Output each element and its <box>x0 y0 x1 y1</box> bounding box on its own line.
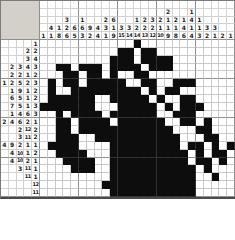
grid-cell-empty[interactable] <box>204 181 212 189</box>
grid-cell-empty[interactable] <box>165 95 173 103</box>
grid-cell-filled[interactable] <box>141 142 149 150</box>
grid-cell-empty[interactable] <box>79 79 87 87</box>
grid-cell-empty[interactable] <box>87 181 95 189</box>
grid-cell-empty[interactable] <box>219 40 227 48</box>
grid-cell-empty[interactable] <box>212 71 220 79</box>
grid-cell-empty[interactable] <box>48 56 56 64</box>
grid-cell-empty[interactable] <box>204 64 212 72</box>
grid-cell-empty[interactable] <box>102 95 110 103</box>
grid-cell-filled[interactable] <box>180 103 188 111</box>
grid-cell-filled[interactable] <box>110 87 118 95</box>
grid-cell-filled[interactable] <box>63 134 71 142</box>
grid-cell-filled[interactable] <box>134 142 142 150</box>
grid-cell-empty[interactable] <box>227 118 235 126</box>
grid-cell-filled[interactable] <box>212 150 220 158</box>
grid-cell-empty[interactable] <box>227 158 235 166</box>
grid-cell-filled[interactable] <box>204 158 212 166</box>
grid-cell-filled[interactable] <box>118 103 126 111</box>
grid-cell-empty[interactable] <box>48 158 56 166</box>
grid-cell-empty[interactable] <box>204 103 212 111</box>
grid-cell-filled[interactable] <box>102 79 110 87</box>
grid-cell-empty[interactable] <box>204 142 212 150</box>
grid-cell-filled[interactable] <box>126 126 134 134</box>
grid-cell-empty[interactable] <box>212 56 220 64</box>
grid-cell-filled[interactable] <box>157 142 165 150</box>
grid-cell-filled[interactable] <box>56 103 64 111</box>
grid-cell-empty[interactable] <box>157 111 165 119</box>
grid-cell-empty[interactable] <box>87 40 95 48</box>
grid-cell-empty[interactable] <box>134 56 142 64</box>
grid-cell-empty[interactable] <box>204 150 212 158</box>
grid-cell-filled[interactable] <box>134 150 142 158</box>
grid-cell-empty[interactable] <box>40 71 48 79</box>
grid-cell-empty[interactable] <box>40 126 48 134</box>
grid-cell-filled[interactable] <box>71 134 79 142</box>
grid-cell-empty[interactable] <box>219 142 227 150</box>
grid-cell-empty[interactable] <box>173 95 181 103</box>
grid-cell-empty[interactable] <box>48 118 56 126</box>
grid-cell-filled[interactable] <box>126 111 134 119</box>
grid-cell-empty[interactable] <box>102 173 110 181</box>
grid-cell-filled[interactable] <box>173 134 181 142</box>
grid-cell-filled[interactable] <box>87 103 95 111</box>
grid-cell-filled[interactable] <box>79 103 87 111</box>
grid-cell-filled[interactable] <box>56 64 64 72</box>
grid-cell-empty[interactable] <box>227 79 235 87</box>
grid-cell-empty[interactable] <box>102 71 110 79</box>
grid-cell-empty[interactable] <box>40 79 48 87</box>
grid-cell-empty[interactable] <box>219 181 227 189</box>
grid-cell-filled[interactable] <box>173 158 181 166</box>
grid-cell-empty[interactable] <box>227 181 235 189</box>
grid-cell-empty[interactable] <box>212 126 220 134</box>
grid-cell-empty[interactable] <box>95 48 103 56</box>
grid-cell-filled[interactable] <box>157 165 165 173</box>
grid-cell-filled[interactable] <box>157 173 165 181</box>
grid-cell-empty[interactable] <box>219 95 227 103</box>
grid-cell-filled[interactable] <box>87 118 95 126</box>
grid-cell-empty[interactable] <box>227 126 235 134</box>
grid-cell-filled[interactable] <box>204 134 212 142</box>
grid-cell-empty[interactable] <box>40 64 48 72</box>
grid-cell-empty[interactable] <box>110 40 118 48</box>
grid-cell-filled[interactable] <box>157 118 165 126</box>
grid-cell-filled[interactable] <box>56 95 64 103</box>
grid-cell-filled[interactable] <box>165 103 173 111</box>
grid-cell-empty[interactable] <box>79 71 87 79</box>
grid-cell-filled[interactable] <box>196 150 204 158</box>
grid-cell-empty[interactable] <box>79 48 87 56</box>
grid-cell-empty[interactable] <box>48 173 56 181</box>
grid-cell-filled[interactable] <box>118 79 126 87</box>
grid-cell-filled[interactable] <box>188 95 196 103</box>
grid-cell-filled[interactable] <box>165 150 173 158</box>
grid-cell-empty[interactable] <box>79 189 87 197</box>
grid-cell-empty[interactable] <box>95 165 103 173</box>
grid-cell-empty[interactable] <box>219 118 227 126</box>
grid-cell-filled[interactable] <box>188 111 196 119</box>
grid-cell-filled[interactable] <box>141 48 149 56</box>
grid-cell-empty[interactable] <box>219 165 227 173</box>
grid-cell-empty[interactable] <box>87 56 95 64</box>
grid-cell-empty[interactable] <box>212 158 220 166</box>
grid-cell-filled[interactable] <box>71 111 79 119</box>
grid-cell-filled[interactable] <box>79 95 87 103</box>
grid-cell-filled[interactable] <box>180 181 188 189</box>
grid-cell-empty[interactable] <box>188 150 196 158</box>
grid-cell-filled[interactable] <box>87 126 95 134</box>
grid-cell-empty[interactable] <box>87 189 95 197</box>
grid-cell-empty[interactable] <box>196 48 204 56</box>
grid-cell-filled[interactable] <box>173 189 181 197</box>
grid-cell-empty[interactable] <box>212 189 220 197</box>
grid-cell-filled[interactable] <box>118 173 126 181</box>
grid-cell-empty[interactable] <box>95 181 103 189</box>
grid-cell-empty[interactable] <box>173 48 181 56</box>
grid-cell-filled[interactable] <box>165 165 173 173</box>
grid-cell-filled[interactable] <box>95 64 103 72</box>
grid-cell-empty[interactable] <box>63 181 71 189</box>
grid-cell-empty[interactable] <box>56 48 64 56</box>
grid-cell-filled[interactable] <box>79 111 87 119</box>
grid-cell-filled[interactable] <box>63 150 71 158</box>
grid-cell-filled[interactable] <box>180 173 188 181</box>
grid-cell-empty[interactable] <box>204 71 212 79</box>
grid-cell-filled[interactable] <box>219 158 227 166</box>
grid-cell-empty[interactable] <box>173 56 181 64</box>
grid-cell-filled[interactable] <box>63 158 71 166</box>
grid-cell-empty[interactable] <box>40 173 48 181</box>
grid-cell-filled[interactable] <box>79 126 87 134</box>
grid-cell-filled[interactable] <box>118 95 126 103</box>
grid-cell-filled[interactable] <box>79 118 87 126</box>
grid-cell-empty[interactable] <box>48 40 56 48</box>
grid-cell-filled[interactable] <box>102 134 110 142</box>
grid-cell-filled[interactable] <box>149 118 157 126</box>
grid-cell-filled[interactable] <box>126 118 134 126</box>
grid-cell-filled[interactable] <box>79 150 87 158</box>
grid-cell-filled[interactable] <box>126 189 134 197</box>
grid-cell-empty[interactable] <box>87 134 95 142</box>
grid-cell-empty[interactable] <box>196 181 204 189</box>
grid-cell-empty[interactable] <box>173 103 181 111</box>
grid-cell-empty[interactable] <box>173 40 181 48</box>
grid-cell-empty[interactable] <box>63 111 71 119</box>
grid-cell-empty[interactable] <box>227 134 235 142</box>
grid-cell-filled[interactable] <box>134 40 142 48</box>
grid-cell-empty[interactable] <box>102 189 110 197</box>
grid-cell-empty[interactable] <box>48 150 56 158</box>
grid-cell-empty[interactable] <box>40 87 48 95</box>
grid-cell-filled[interactable] <box>110 111 118 119</box>
grid-cell-empty[interactable] <box>180 142 188 150</box>
grid-cell-empty[interactable] <box>204 95 212 103</box>
grid-cell-filled[interactable] <box>157 134 165 142</box>
grid-cell-filled[interactable] <box>87 165 95 173</box>
grid-cell-empty[interactable] <box>102 56 110 64</box>
grid-cell-empty[interactable] <box>48 189 56 197</box>
grid-cell-filled[interactable] <box>180 158 188 166</box>
grid-cell-filled[interactable] <box>149 87 157 95</box>
grid-cell-empty[interactable] <box>40 158 48 166</box>
grid-cell-empty[interactable] <box>48 165 56 173</box>
grid-cell-filled[interactable] <box>71 87 79 95</box>
grid-cell-empty[interactable] <box>40 95 48 103</box>
grid-cell-filled[interactable] <box>79 165 87 173</box>
grid-cell-filled[interactable] <box>126 95 134 103</box>
grid-cell-filled[interactable] <box>56 150 64 158</box>
grid-cell-empty[interactable] <box>48 48 56 56</box>
grid-cell-filled[interactable] <box>141 134 149 142</box>
grid-cell-filled[interactable] <box>173 142 181 150</box>
grid-cell-empty[interactable] <box>180 126 188 134</box>
grid-cell-filled[interactable] <box>71 71 79 79</box>
grid-cell-filled[interactable] <box>134 103 142 111</box>
grid-cell-empty[interactable] <box>95 103 103 111</box>
grid-cell-empty[interactable] <box>157 48 165 56</box>
grid-cell-filled[interactable] <box>79 158 87 166</box>
grid-cell-empty[interactable] <box>212 87 220 95</box>
grid-cell-empty[interactable] <box>173 126 181 134</box>
grid-cell-empty[interactable] <box>165 48 173 56</box>
grid-cell-filled[interactable] <box>87 158 95 166</box>
grid-cell-empty[interactable] <box>102 165 110 173</box>
grid-cell-filled[interactable] <box>95 87 103 95</box>
grid-cell-filled[interactable] <box>87 64 95 72</box>
grid-cell-empty[interactable] <box>212 165 220 173</box>
grid-cell-empty[interactable] <box>40 142 48 150</box>
grid-cell-empty[interactable] <box>40 181 48 189</box>
grid-cell-filled[interactable] <box>134 165 142 173</box>
grid-cell-empty[interactable] <box>110 118 118 126</box>
grid-cell-filled[interactable] <box>110 56 118 64</box>
grid-cell-filled[interactable] <box>48 95 56 103</box>
grid-cell-empty[interactable] <box>79 173 87 181</box>
grid-cell-empty[interactable] <box>188 134 196 142</box>
grid-cell-filled[interactable] <box>212 142 220 150</box>
grid-cell-filled[interactable] <box>126 64 134 72</box>
grid-cell-empty[interactable] <box>56 158 64 166</box>
grid-cell-empty[interactable] <box>180 56 188 64</box>
grid-cell-filled[interactable] <box>63 103 71 111</box>
grid-cell-filled[interactable] <box>134 71 142 79</box>
grid-cell-filled[interactable] <box>149 173 157 181</box>
grid-cell-empty[interactable] <box>40 189 48 197</box>
grid-cell-filled[interactable] <box>165 87 173 95</box>
grid-cell-filled[interactable] <box>63 118 71 126</box>
grid-cell-filled[interactable] <box>157 150 165 158</box>
grid-cell-empty[interactable] <box>56 56 64 64</box>
grid-cell-empty[interactable] <box>219 64 227 72</box>
grid-cell-empty[interactable] <box>157 71 165 79</box>
grid-cell-empty[interactable] <box>102 111 110 119</box>
grid-cell-filled[interactable] <box>204 165 212 173</box>
grid-cell-empty[interactable] <box>180 134 188 142</box>
grid-cell-filled[interactable] <box>118 48 126 56</box>
grid-cell-filled[interactable] <box>173 111 181 119</box>
grid-cell-filled[interactable] <box>180 118 188 126</box>
grid-cell-filled[interactable] <box>188 142 196 150</box>
grid-cell-empty[interactable] <box>56 173 64 181</box>
grid-cell-empty[interactable] <box>149 71 157 79</box>
grid-cell-filled[interactable] <box>157 158 165 166</box>
grid-cell-empty[interactable] <box>219 103 227 111</box>
grid-cell-empty[interactable] <box>40 165 48 173</box>
grid-cell-filled[interactable] <box>165 56 173 64</box>
grid-cell-empty[interactable] <box>227 150 235 158</box>
grid-cell-filled[interactable] <box>118 181 126 189</box>
grid-cell-empty[interactable] <box>71 181 79 189</box>
grid-cell-filled[interactable] <box>56 118 64 126</box>
grid-cell-filled[interactable] <box>102 181 110 189</box>
grid-cell-empty[interactable] <box>118 71 126 79</box>
grid-cell-empty[interactable] <box>118 40 126 48</box>
grid-cell-filled[interactable] <box>95 134 103 142</box>
grid-cell-empty[interactable] <box>219 48 227 56</box>
grid-cell-filled[interactable] <box>126 158 134 166</box>
grid-cell-empty[interactable] <box>188 64 196 72</box>
grid-cell-empty[interactable] <box>219 111 227 119</box>
grid-cell-filled[interactable] <box>149 126 157 134</box>
grid-cell-empty[interactable] <box>71 56 79 64</box>
grid-cell-empty[interactable] <box>141 40 149 48</box>
grid-cell-filled[interactable] <box>157 95 165 103</box>
grid-cell-empty[interactable] <box>95 189 103 197</box>
grid-cell-filled[interactable] <box>173 181 181 189</box>
grid-cell-empty[interactable] <box>56 181 64 189</box>
grid-cell-filled[interactable] <box>71 150 79 158</box>
grid-cell-empty[interactable] <box>227 103 235 111</box>
grid-cell-filled[interactable] <box>118 56 126 64</box>
grid-cell-filled[interactable] <box>95 79 103 87</box>
grid-cell-filled[interactable] <box>149 64 157 72</box>
grid-cell-filled[interactable] <box>87 87 95 95</box>
grid-cell-filled[interactable] <box>141 165 149 173</box>
grid-cell-empty[interactable] <box>126 71 134 79</box>
grid-cell-empty[interactable] <box>40 56 48 64</box>
grid-cell-filled[interactable] <box>126 142 134 150</box>
grid-cell-empty[interactable] <box>48 181 56 189</box>
grid-cell-empty[interactable] <box>196 87 204 95</box>
grid-cell-empty[interactable] <box>227 165 235 173</box>
grid-cell-empty[interactable] <box>196 79 204 87</box>
grid-cell-filled[interactable] <box>165 158 173 166</box>
grid-cell-filled[interactable] <box>188 118 196 126</box>
grid-cell-filled[interactable] <box>196 158 204 166</box>
grid-cell-empty[interactable] <box>219 189 227 197</box>
grid-cell-empty[interactable] <box>48 111 56 119</box>
grid-cell-empty[interactable] <box>149 95 157 103</box>
grid-cell-empty[interactable] <box>95 56 103 64</box>
grid-cell-filled[interactable] <box>180 111 188 119</box>
grid-cell-empty[interactable] <box>227 56 235 64</box>
grid-cell-filled[interactable] <box>110 181 118 189</box>
grid-cell-empty[interactable] <box>40 111 48 119</box>
grid-cell-filled[interactable] <box>118 150 126 158</box>
grid-cell-filled[interactable] <box>149 103 157 111</box>
grid-cell-filled[interactable] <box>134 134 142 142</box>
grid-cell-empty[interactable] <box>204 189 212 197</box>
grid-cell-empty[interactable] <box>219 56 227 64</box>
grid-cell-filled[interactable] <box>102 118 110 126</box>
grid-cell-empty[interactable] <box>196 40 204 48</box>
grid-cell-filled[interactable] <box>63 64 71 72</box>
grid-cell-filled[interactable] <box>165 134 173 142</box>
grid-cell-filled[interactable] <box>134 173 142 181</box>
grid-cell-empty[interactable] <box>196 71 204 79</box>
grid-cell-filled[interactable] <box>141 189 149 197</box>
grid-cell-filled[interactable] <box>165 126 173 134</box>
grid-cell-empty[interactable] <box>219 71 227 79</box>
grid-cell-empty[interactable] <box>40 134 48 142</box>
grid-cell-filled[interactable] <box>134 87 142 95</box>
grid-cell-filled[interactable] <box>110 150 118 158</box>
grid-cell-empty[interactable] <box>196 111 204 119</box>
grid-cell-filled[interactable] <box>141 126 149 134</box>
grid-cell-empty[interactable] <box>56 71 64 79</box>
grid-cell-filled[interactable] <box>48 87 56 95</box>
grid-cell-filled[interactable] <box>173 150 181 158</box>
grid-cell-empty[interactable] <box>196 134 204 142</box>
grid-cell-filled[interactable] <box>87 79 95 87</box>
grid-cell-filled[interactable] <box>188 103 196 111</box>
grid-cell-empty[interactable] <box>102 158 110 166</box>
grid-cell-empty[interactable] <box>157 40 165 48</box>
grid-cell-empty[interactable] <box>212 181 220 189</box>
grid-cell-filled[interactable] <box>173 79 181 87</box>
grid-cell-filled[interactable] <box>126 181 134 189</box>
grid-cell-filled[interactable] <box>180 165 188 173</box>
grid-cell-filled[interactable] <box>63 79 71 87</box>
grid-cell-empty[interactable] <box>102 48 110 56</box>
grid-cell-empty[interactable] <box>110 103 118 111</box>
grid-cell-filled[interactable] <box>71 142 79 150</box>
grid-cell-filled[interactable] <box>173 87 181 95</box>
grid-cell-empty[interactable] <box>212 79 220 87</box>
grid-cell-empty[interactable] <box>173 71 181 79</box>
grid-cell-filled[interactable] <box>87 111 95 119</box>
grid-cell-filled[interactable] <box>79 64 87 72</box>
grid-cell-empty[interactable] <box>56 189 64 197</box>
grid-cell-empty[interactable] <box>196 173 204 181</box>
grid-cell-empty[interactable] <box>71 126 79 134</box>
grid-cell-empty[interactable] <box>87 150 95 158</box>
grid-cell-filled[interactable] <box>141 173 149 181</box>
grid-cell-filled[interactable] <box>180 95 188 103</box>
grid-cell-filled[interactable] <box>126 165 134 173</box>
grid-cell-empty[interactable] <box>204 173 212 181</box>
grid-cell-empty[interactable] <box>219 87 227 95</box>
grid-cell-filled[interactable] <box>118 64 126 72</box>
grid-cell-empty[interactable] <box>204 79 212 87</box>
grid-cell-empty[interactable] <box>180 71 188 79</box>
grid-cell-filled[interactable] <box>157 181 165 189</box>
grid-cell-filled[interactable] <box>110 126 118 134</box>
grid-cell-filled[interactable] <box>173 165 181 173</box>
grid-cell-filled[interactable] <box>126 103 134 111</box>
grid-cell-empty[interactable] <box>165 79 173 87</box>
grid-cell-empty[interactable] <box>102 64 110 72</box>
grid-cell-empty[interactable] <box>173 64 181 72</box>
grid-cell-filled[interactable] <box>204 118 212 126</box>
grid-cell-filled[interactable] <box>71 95 79 103</box>
grid-cell-empty[interactable] <box>219 79 227 87</box>
grid-cell-empty[interactable] <box>87 173 95 181</box>
grid-cell-filled[interactable] <box>149 111 157 119</box>
grid-cell-filled[interactable] <box>118 189 126 197</box>
grid-cell-filled[interactable] <box>71 103 79 111</box>
grid-cell-filled[interactable] <box>173 173 181 181</box>
